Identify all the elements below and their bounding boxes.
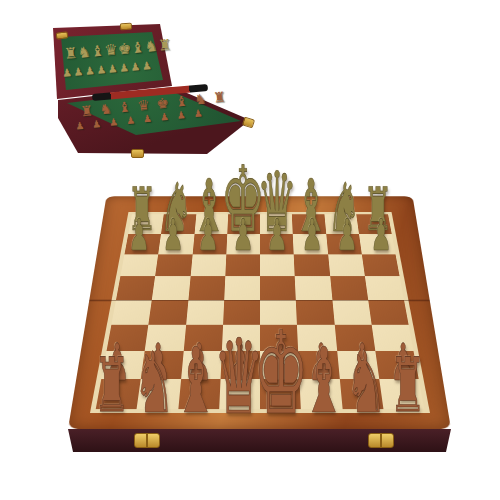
- square-d3: [222, 324, 260, 350]
- square-a2: [101, 351, 145, 379]
- square-a1: [96, 379, 141, 409]
- square-g8: [324, 214, 359, 234]
- box-piece-king: ♚: [117, 41, 132, 57]
- board: [90, 212, 430, 413]
- brass-hinge-icon: [120, 23, 132, 31]
- square-c1: [178, 379, 220, 409]
- box-piece-pawn: ♟: [96, 64, 107, 76]
- box-piece-rook: ♜: [212, 89, 226, 104]
- square-e8: [260, 214, 293, 234]
- brass-clasp-icon: [242, 117, 255, 129]
- board-front-edge: [66, 429, 453, 455]
- square-a7: [124, 234, 161, 255]
- box-piece-rook: ♜: [157, 38, 172, 54]
- box-piece-pawn: ♟: [141, 60, 152, 72]
- box-piece-pawn: ♟: [73, 66, 84, 78]
- box-piece-pawn: ♟: [75, 121, 85, 132]
- brass-latch-icon: [131, 149, 144, 158]
- square-b2: [141, 351, 183, 379]
- square-h7: [359, 234, 396, 255]
- square-e1: [260, 379, 301, 409]
- square-b3: [145, 324, 186, 350]
- square-c2: [181, 351, 222, 379]
- square-d7: [226, 234, 260, 255]
- box-piece-bishop: ♝: [118, 99, 132, 114]
- square-a8: [128, 214, 164, 234]
- box-piece-pawn: ♟: [142, 114, 152, 125]
- square-d4: [223, 300, 260, 325]
- box-piece-rook: ♜: [80, 103, 94, 118]
- box-piece-bishop: ♝: [131, 40, 146, 56]
- square-b8: [161, 214, 196, 234]
- square-f8: [292, 214, 326, 234]
- square-h8: [356, 214, 392, 234]
- square-g1: [339, 379, 383, 409]
- box-piece-rook: ♜: [64, 46, 79, 62]
- box-piece-pawn: ♟: [107, 63, 118, 75]
- box-piece-knight: ♞: [77, 45, 92, 61]
- box-piece-knight: ♞: [193, 91, 207, 106]
- box-piece-king: ♚: [156, 95, 170, 110]
- box-piece-knight: ♞: [144, 39, 159, 55]
- box-piece-pawn: ♟: [92, 119, 102, 130]
- box-piece-pawn: ♟: [119, 62, 130, 74]
- box-piece-pawn: ♟: [176, 110, 186, 121]
- square-f4: [296, 300, 334, 325]
- square-a3: [107, 324, 149, 350]
- square-a4: [111, 300, 152, 325]
- square-e7: [260, 234, 294, 255]
- square-f3: [297, 324, 337, 350]
- box-piece-pawn: ♟: [130, 61, 141, 73]
- square-c8: [194, 214, 228, 234]
- square-h2: [375, 351, 419, 379]
- square-a6: [120, 255, 158, 277]
- square-d8: [227, 214, 260, 234]
- box-piece-bishop: ♝: [90, 44, 105, 60]
- square-g5: [330, 276, 368, 299]
- square-c6: [190, 255, 226, 277]
- box-piece-pawn: ♟: [126, 115, 136, 126]
- square-f1: [300, 379, 342, 409]
- box-piece-pawn: ♟: [62, 67, 73, 79]
- square-e3: [260, 324, 298, 350]
- square-c5: [188, 276, 225, 299]
- square-d5: [224, 276, 260, 299]
- square-f5: [295, 276, 332, 299]
- square-c4: [186, 300, 224, 325]
- square-f2: [298, 351, 339, 379]
- box-piece-pawn: ♟: [109, 117, 119, 128]
- board-latch-left: [134, 433, 160, 448]
- square-c7: [192, 234, 227, 255]
- storage-box: ♜♞♝♛♚♝♞♜ ♟♟♟♟♟♟♟♟ ♜♞♝♛♚♝♞♜ ♟♟♟♟♟♟♟♟: [40, 12, 258, 164]
- square-e5: [260, 276, 296, 299]
- square-c3: [183, 324, 223, 350]
- box-piece-queen: ♛: [104, 42, 119, 58]
- brass-hinge-icon: [56, 31, 69, 39]
- square-f7: [293, 234, 328, 255]
- square-g6: [328, 255, 365, 277]
- square-f6: [294, 255, 330, 277]
- box-piece-pawn: ♟: [193, 108, 203, 119]
- square-a5: [116, 276, 155, 299]
- square-g4: [332, 300, 371, 325]
- square-h1: [379, 379, 424, 409]
- square-h5: [365, 276, 404, 299]
- square-d1: [219, 379, 260, 409]
- box-piece-pawn: ♟: [159, 112, 169, 123]
- square-b6: [155, 255, 192, 277]
- square-g2: [337, 351, 379, 379]
- square-d2: [220, 351, 260, 379]
- square-b4: [149, 300, 188, 325]
- square-g3: [334, 324, 375, 350]
- square-b7: [158, 234, 194, 255]
- square-h6: [362, 255, 400, 277]
- product-photo: ♜♞♝♛♚♝♞♜ ♟♟♟♟♟♟♟♟ ♜♞♝♛♚♝♞♜ ♟♟♟♟♟♟♟♟ ♜♞♝♚…: [0, 0, 500, 500]
- board-squares: [90, 212, 430, 413]
- box-piece-knight: ♞: [99, 101, 113, 116]
- square-b5: [152, 276, 190, 299]
- square-h4: [368, 300, 409, 325]
- square-h3: [371, 324, 413, 350]
- square-e4: [260, 300, 297, 325]
- board-latch-right: [368, 433, 394, 448]
- box-piece-queen: ♛: [137, 97, 151, 112]
- square-d6: [225, 255, 260, 277]
- box-piece-bishop: ♝: [174, 93, 188, 108]
- square-b1: [137, 379, 181, 409]
- square-g7: [326, 234, 362, 255]
- square-e6: [260, 255, 295, 277]
- square-e2: [260, 351, 300, 379]
- box-piece-pawn: ♟: [84, 65, 95, 77]
